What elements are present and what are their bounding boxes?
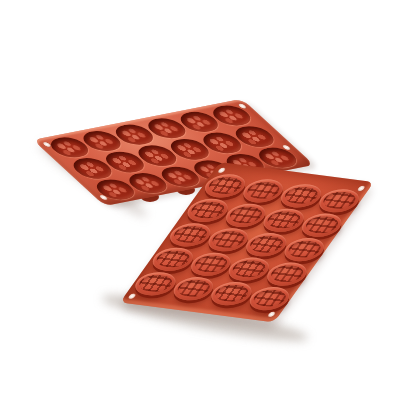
screw-hole: [266, 311, 277, 318]
product-photo: [0, 0, 400, 400]
screw-hole: [126, 293, 137, 300]
